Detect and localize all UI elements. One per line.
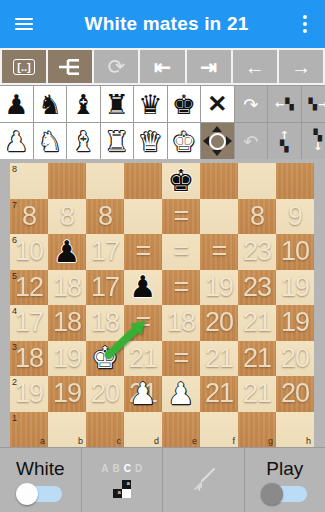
- square-c8[interactable]: [86, 163, 124, 199]
- step-back-icon: ←: [245, 57, 265, 77]
- white-king: ♚: [86, 341, 124, 377]
- bottom-bar: White ABCD a a Play: [0, 447, 325, 512]
- mate-count-label: 19: [48, 341, 86, 377]
- side-to-move-control[interactable]: White: [0, 448, 82, 512]
- rank-label: 6: [12, 235, 17, 245]
- shift-board-right[interactable]: ▚→: [302, 86, 325, 122]
- mate-count-label: 19: [200, 270, 238, 306]
- toolbar: [..] ⟳ ⇤ ⇥ ← →: [0, 48, 325, 85]
- square-f3[interactable]: 21: [200, 341, 238, 377]
- mate-count-label: 23: [238, 270, 276, 306]
- mate-count-label: 17: [86, 234, 124, 270]
- delete-icon: ✕: [207, 90, 227, 118]
- rank-label: 1: [12, 413, 17, 423]
- undo[interactable]: ↶: [235, 123, 268, 159]
- mate-count-label: =: [124, 234, 162, 270]
- mate-count-label: 17: [86, 270, 124, 306]
- square-b5[interactable]: 18: [48, 270, 86, 306]
- black-pawn[interactable]: ♟: [0, 86, 33, 122]
- square-c6[interactable]: 17: [86, 234, 124, 270]
- mate-count-label: 21: [200, 376, 238, 412]
- mate-count-label: 21: [238, 305, 276, 341]
- mate-count-label: 19: [48, 376, 86, 412]
- square-g2[interactable]: 21: [238, 376, 276, 412]
- square-f1[interactable]: f: [200, 412, 238, 448]
- square-b2[interactable]: 19: [48, 376, 86, 412]
- move-dpad[interactable]: [201, 123, 234, 159]
- square-a6[interactable]: 610: [10, 234, 48, 270]
- mate-count-label: =: [162, 270, 200, 306]
- square-d4[interactable]: =: [124, 305, 162, 341]
- square-g5[interactable]: 23: [238, 270, 276, 306]
- square-d8[interactable]: [124, 163, 162, 199]
- position-list-button[interactable]: [..]: [2, 50, 46, 83]
- square-f8[interactable]: [200, 163, 238, 199]
- file-label: a: [40, 436, 45, 446]
- app-bar: White mates in 21: [0, 0, 325, 48]
- play-toggle[interactable]: [263, 486, 307, 502]
- square-h7[interactable]: 9: [276, 199, 314, 235]
- square-b1[interactable]: b: [48, 412, 86, 448]
- black-king: ♚: [162, 163, 200, 199]
- black-pawn: ♟: [48, 234, 86, 270]
- hamburger-menu-icon[interactable]: [0, 18, 48, 30]
- square-e1[interactable]: e: [162, 412, 200, 448]
- square-f5[interactable]: 19: [200, 270, 238, 306]
- side-to-move-toggle[interactable]: [18, 486, 62, 502]
- mate-count-label: 8: [238, 199, 276, 235]
- go-to-start-icon: ⇤: [154, 57, 171, 77]
- square-b3[interactable]: 19: [48, 341, 86, 377]
- mate-count-label: =: [200, 234, 238, 270]
- square-h2[interactable]: 20: [276, 376, 314, 412]
- square-h3[interactable]: 20: [276, 341, 314, 377]
- square-f4[interactable]: 20: [200, 305, 238, 341]
- overflow-menu-icon[interactable]: [285, 15, 325, 33]
- clear-board-control[interactable]: [163, 448, 245, 512]
- coordinates-board-icon: a a: [113, 480, 131, 498]
- step-forward-button[interactable]: →: [279, 50, 323, 83]
- mate-count-label: 21: [200, 341, 238, 377]
- rank-label: 2: [12, 377, 17, 387]
- mate-count-label: 20: [86, 376, 124, 412]
- play-control[interactable]: Play: [245, 448, 325, 512]
- redo-icon: ↷: [243, 94, 258, 115]
- white-bishop[interactable]: ♝: [67, 123, 100, 159]
- mate-count-label: =: [162, 341, 200, 377]
- mate-count-label: 19: [276, 270, 314, 306]
- mate-count-label: 20: [276, 376, 314, 412]
- square-a4[interactable]: 417: [10, 305, 48, 341]
- mate-count-label: 21: [124, 341, 162, 377]
- mate-count-label: 18: [48, 270, 86, 306]
- mate-count-label: 10: [276, 234, 314, 270]
- shift-board-down-icon: ▚↓: [313, 130, 322, 152]
- mate-count-label: 21: [238, 341, 276, 377]
- square-h5[interactable]: 19: [276, 270, 314, 306]
- mate-count-label: =: [162, 199, 200, 235]
- square-a2[interactable]: 219: [10, 376, 48, 412]
- undo-icon: ↶: [243, 131, 258, 152]
- square-c7[interactable]: 8: [86, 199, 124, 235]
- shift-board-left-icon: ←▚: [275, 99, 294, 110]
- delete-piece[interactable]: ✕: [201, 86, 234, 122]
- square-a3[interactable]: 318: [10, 341, 48, 377]
- shift-board-up[interactable]: ↑▚: [268, 123, 301, 159]
- square-c1[interactable]: c: [86, 412, 124, 448]
- shift-board-right-icon: ▚→: [308, 99, 325, 110]
- redo[interactable]: ↷: [235, 86, 268, 122]
- side-to-move-label: White: [16, 458, 65, 480]
- mate-count-label: 21: [238, 376, 276, 412]
- square-g6[interactable]: 23: [238, 234, 276, 270]
- mate-count-label: 9: [276, 199, 314, 235]
- square-g4[interactable]: 21: [238, 305, 276, 341]
- black-pawn: ♟: [124, 270, 162, 306]
- go-to-end-button[interactable]: ⇥: [187, 50, 231, 83]
- mate-count-label: 8: [48, 199, 86, 235]
- step-back-button[interactable]: ←: [233, 50, 277, 83]
- step-forward-icon: →: [291, 57, 311, 77]
- brackets-icon: [..]: [13, 59, 34, 75]
- move-tree-icon: [58, 57, 82, 77]
- square-d3[interactable]: 21: [124, 341, 162, 377]
- mate-count-label: 18: [162, 305, 200, 341]
- black-king[interactable]: ♚: [168, 86, 201, 122]
- file-label: e: [192, 436, 197, 446]
- square-h8[interactable]: [276, 163, 314, 199]
- move-tree-button[interactable]: [48, 50, 92, 83]
- file-label: d: [154, 436, 159, 446]
- black-rook[interactable]: ♜: [101, 86, 134, 122]
- board: 8♚7888=89610♟17===23105121817♟=192319417…: [10, 163, 314, 447]
- mate-count-label: 8: [86, 199, 124, 235]
- rank-label: 4: [12, 306, 17, 316]
- rank-label: 8: [12, 164, 17, 174]
- mate-count-label: 20: [276, 341, 314, 377]
- square-h1[interactable]: h: [276, 412, 314, 448]
- dpad-icon: [209, 133, 226, 150]
- file-label: b: [78, 436, 83, 446]
- square-g1[interactable]: g: [238, 412, 276, 448]
- play-label: Play: [266, 458, 303, 480]
- shift-board-up-icon: ↑▚: [280, 130, 289, 152]
- square-e8[interactable]: ♚: [162, 163, 200, 199]
- mate-count-label: 20: [200, 305, 238, 341]
- square-g8[interactable]: [238, 163, 276, 199]
- file-label: g: [268, 436, 273, 446]
- square-b8[interactable]: [48, 163, 86, 199]
- square-f7[interactable]: [200, 199, 238, 235]
- mate-count-label: 19: [276, 305, 314, 341]
- square-b7[interactable]: 8: [48, 199, 86, 235]
- square-c2[interactable]: 20: [86, 376, 124, 412]
- white-queen[interactable]: ♛: [134, 123, 167, 159]
- coordinates-control[interactable]: ABCD a a: [82, 448, 164, 512]
- mate-count-label: 18: [86, 305, 124, 341]
- coordinates-mode-label: ABCD: [101, 463, 142, 474]
- mate-count-label: =: [162, 234, 200, 270]
- square-d6[interactable]: =: [124, 234, 162, 270]
- toggle-knob: [261, 483, 283, 505]
- page-title: White mates in 21: [48, 13, 285, 35]
- black-queen[interactable]: ♛: [134, 86, 167, 122]
- square-a5[interactable]: 512: [10, 270, 48, 306]
- square-e4[interactable]: 18: [162, 305, 200, 341]
- square-h6[interactable]: 10: [276, 234, 314, 270]
- go-to-end-icon: ⇥: [200, 57, 217, 77]
- file-label: h: [306, 436, 311, 446]
- rank-label: 5: [12, 271, 17, 281]
- square-c5[interactable]: 17: [86, 270, 124, 306]
- white-pawn: ♟: [124, 376, 162, 412]
- square-e5[interactable]: =: [162, 270, 200, 306]
- broom-icon: [188, 465, 218, 495]
- shift-board-down[interactable]: ▚↓: [302, 123, 325, 159]
- square-d5[interactable]: ♟: [124, 270, 162, 306]
- square-e2[interactable]: ♟: [162, 376, 200, 412]
- white-pawn[interactable]: ♟: [0, 123, 33, 159]
- square-f6[interactable]: =: [200, 234, 238, 270]
- refresh-button[interactable]: ⟳: [94, 50, 138, 83]
- square-c4[interactable]: 18: [86, 305, 124, 341]
- square-a1[interactable]: 1a: [10, 412, 48, 448]
- rank-label: 3: [12, 342, 17, 352]
- square-f2[interactable]: 21: [200, 376, 238, 412]
- square-d2[interactable]: 21♟: [124, 376, 162, 412]
- app-window: White mates in 21 [..] ⟳ ⇤ ⇥ ←: [0, 0, 325, 512]
- square-h4[interactable]: 19: [276, 305, 314, 341]
- piece-palette: ♟♞♝♜♛♚✕↷←▚▚→♟♞♝♜♛♚↶↑▚▚↓: [0, 85, 325, 159]
- square-d7[interactable]: [124, 199, 162, 235]
- file-label: c: [117, 436, 122, 446]
- square-e3[interactable]: =: [162, 341, 200, 377]
- square-c3[interactable]: ♚: [86, 341, 124, 377]
- refresh-icon: ⟳: [108, 56, 126, 77]
- square-a7[interactable]: 78: [10, 199, 48, 235]
- square-b4[interactable]: 18: [48, 305, 86, 341]
- square-e6[interactable]: =: [162, 234, 200, 270]
- mate-count-label: 23: [238, 234, 276, 270]
- file-label: f: [232, 436, 235, 446]
- black-bishop[interactable]: ♝: [67, 86, 100, 122]
- shift-board-left[interactable]: ←▚: [268, 86, 301, 122]
- square-g7[interactable]: 8: [238, 199, 276, 235]
- white-pawn: ♟: [162, 376, 200, 412]
- square-g3[interactable]: 21: [238, 341, 276, 377]
- mate-count-label: 18: [48, 305, 86, 341]
- board-area: 8♚7888=89610♟17===23105121817♟=192319417…: [0, 159, 325, 447]
- square-b6[interactable]: ♟: [48, 234, 86, 270]
- go-to-start-button[interactable]: ⇤: [140, 50, 184, 83]
- black-knight[interactable]: ♞: [34, 86, 67, 122]
- square-a8[interactable]: 8: [10, 163, 48, 199]
- square-e7[interactable]: =: [162, 199, 200, 235]
- mate-count-label: =: [124, 305, 162, 341]
- white-knight[interactable]: ♞: [34, 123, 67, 159]
- white-rook[interactable]: ♜: [101, 123, 134, 159]
- toggle-knob: [16, 483, 38, 505]
- rank-label: 7: [12, 200, 17, 210]
- square-d1[interactable]: d: [124, 412, 162, 448]
- white-king[interactable]: ♚: [168, 123, 201, 159]
